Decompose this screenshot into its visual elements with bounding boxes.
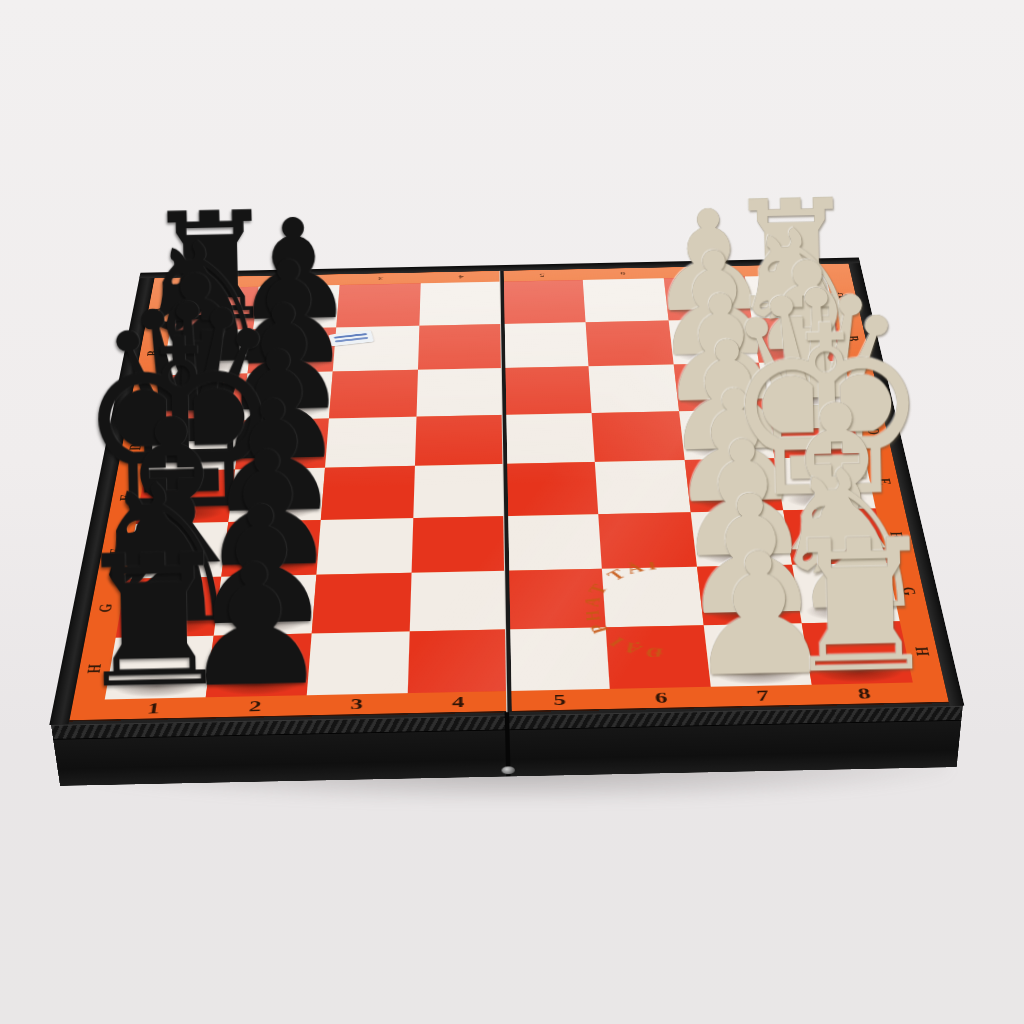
- file-label-1: 1: [101, 697, 206, 719]
- board-squares: ♜♟♟♜♞♟♟♞♝♟♟♝♛♟♟♛♚♟♟♚♝♟♟♝♞♟♟♞♜♟♟♜: [105, 275, 913, 700]
- board-surface: ♜♟♟♜♞♟♟♞♝♟♟♝♛♟♟♛♚♟♟♚♝♟♟♝♞♟♟♞♜♟♟♜ 1234567…: [69, 264, 948, 721]
- square-h8: ♜: [802, 621, 913, 685]
- hinge-pin-icon: [501, 766, 515, 774]
- black-pawn-piece: ♟: [178, 540, 332, 711]
- file-label-far-3: 3: [340, 273, 421, 286]
- square-d5: [504, 413, 595, 464]
- square-c4: [417, 368, 505, 416]
- file-label-3: 3: [305, 693, 408, 715]
- perspective-scene: ♜♟♟♜♞♟♟♞♝♟♟♝♛♟♟♛♚♟♟♚♝♟♟♝♞♟♟♞♜♟♟♜ 1234567…: [0, 0, 1024, 1024]
- square-b4: [418, 324, 503, 370]
- square-d4: [415, 415, 505, 466]
- file-label-far-4: 4: [421, 271, 502, 284]
- square-c5: [503, 366, 591, 414]
- file-label-5: 5: [509, 689, 611, 711]
- product-photo-chess-set: { "game": { "type": "chess", "descriptio…: [0, 0, 1024, 1024]
- square-a5: [502, 280, 586, 324]
- white-rook-piece: ♜: [777, 515, 944, 700]
- file-label-far-5: 5: [502, 269, 583, 282]
- square-a4: [419, 282, 502, 326]
- file-label-far-2: 2: [259, 274, 341, 287]
- square-f5: [506, 514, 602, 571]
- file-label-6: 6: [610, 687, 713, 709]
- square-e5: [505, 462, 598, 516]
- chess-board: ♜♟♟♜♞♟♟♞♝♟♟♝♛♟♟♛♚♟♟♚♝♟♟♝♞♟♟♞♜♟♟♜ 1234567…: [69, 264, 948, 721]
- file-label-8: 8: [812, 683, 917, 705]
- square-h4: [408, 629, 509, 693]
- square-g5: [507, 569, 606, 629]
- square-b5: [502, 322, 588, 368]
- file-label-4: 4: [407, 691, 509, 713]
- square-h5: [508, 627, 610, 691]
- file-label-2: 2: [203, 695, 307, 717]
- square-f4: [412, 516, 507, 573]
- square-h2: ♟: [206, 633, 312, 697]
- photo-tilt-wrapper: ♜♟♟♜♞♟♟♞♝♟♟♝♛♟♟♛♚♟♟♚♝♟♟♝♞♟♟♞♜♟♟♜ 1234567…: [0, 0, 1024, 1024]
- file-label-7: 7: [711, 685, 815, 707]
- file-label-far-6: 6: [582, 267, 664, 279]
- square-e4: [413, 464, 505, 518]
- square-g4: [410, 571, 508, 631]
